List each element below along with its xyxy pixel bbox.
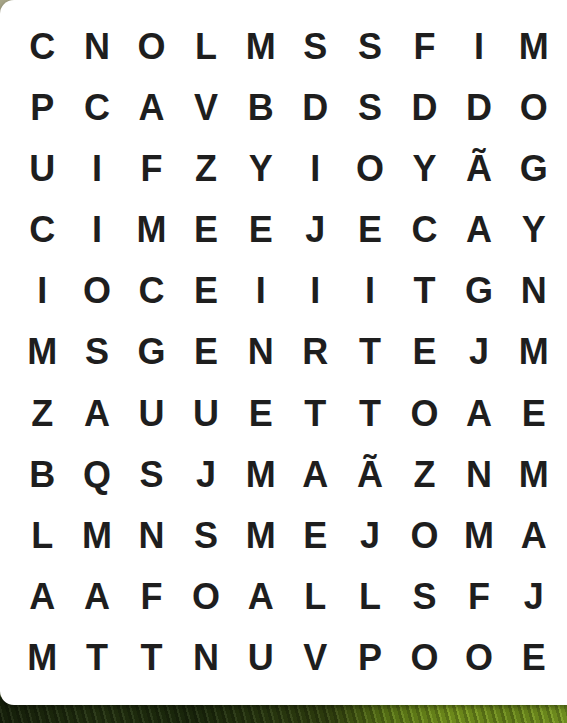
letter-cell[interactable]: I bbox=[70, 200, 125, 261]
letter-cell[interactable]: T bbox=[343, 322, 398, 383]
letter-cell[interactable]: L bbox=[343, 567, 398, 628]
letter-grid: CNOLMSSFIMPCAVBDSDDOUIFZYIOYÃGCIMEEJECAY… bbox=[15, 16, 561, 689]
letter-cell[interactable]: P bbox=[15, 77, 70, 138]
letter-cell[interactable]: F bbox=[124, 138, 179, 199]
letter-cell[interactable]: M bbox=[15, 628, 70, 689]
letter-cell[interactable]: S bbox=[124, 444, 179, 505]
letter-cell[interactable]: P bbox=[343, 628, 398, 689]
letter-cell[interactable]: O bbox=[397, 505, 452, 566]
letter-cell[interactable]: V bbox=[179, 77, 234, 138]
letter-cell[interactable]: C bbox=[70, 77, 125, 138]
letter-cell[interactable]: E bbox=[179, 322, 234, 383]
letter-cell[interactable]: U bbox=[233, 628, 288, 689]
letter-cell[interactable]: T bbox=[124, 628, 179, 689]
letter-cell[interactable]: O bbox=[70, 261, 125, 322]
letter-cell[interactable]: A bbox=[233, 567, 288, 628]
letter-cell[interactable]: M bbox=[70, 505, 125, 566]
letter-cell[interactable]: E bbox=[179, 200, 234, 261]
letter-cell[interactable]: Z bbox=[179, 138, 234, 199]
letter-cell[interactable]: C bbox=[15, 200, 70, 261]
puzzle-card: CNOLMSSFIMPCAVBDSDDOUIFZYIOYÃGCIMEEJECAY… bbox=[0, 0, 567, 705]
letter-cell[interactable]: J bbox=[179, 444, 234, 505]
letter-cell[interactable]: M bbox=[506, 16, 561, 77]
letter-cell[interactable]: L bbox=[15, 505, 70, 566]
letter-cell[interactable]: N bbox=[506, 261, 561, 322]
letter-cell[interactable]: E bbox=[343, 200, 398, 261]
letter-cell[interactable]: N bbox=[233, 322, 288, 383]
letter-cell[interactable]: I bbox=[452, 16, 507, 77]
letter-cell[interactable]: I bbox=[15, 261, 70, 322]
letter-cell[interactable]: A bbox=[124, 77, 179, 138]
letter-cell[interactable]: G bbox=[124, 322, 179, 383]
letter-cell[interactable]: N bbox=[70, 16, 125, 77]
letter-cell[interactable]: Ã bbox=[452, 138, 507, 199]
letter-cell[interactable]: U bbox=[15, 138, 70, 199]
letter-cell[interactable]: J bbox=[288, 200, 343, 261]
letter-cell[interactable]: M bbox=[233, 505, 288, 566]
letter-cell[interactable]: R bbox=[288, 322, 343, 383]
letter-cell[interactable]: D bbox=[397, 77, 452, 138]
letter-cell[interactable]: S bbox=[179, 505, 234, 566]
letter-cell[interactable]: U bbox=[179, 383, 234, 444]
word-search-screen: CNOLMSSFIMPCAVBDSDDOUIFZYIOYÃGCIMEEJECAY… bbox=[0, 0, 567, 723]
letter-cell[interactable]: Y bbox=[397, 138, 452, 199]
letter-cell[interactable]: I bbox=[233, 261, 288, 322]
letter-cell[interactable]: Ã bbox=[343, 444, 398, 505]
letter-cell[interactable]: A bbox=[70, 567, 125, 628]
letter-cell[interactable]: M bbox=[233, 444, 288, 505]
letter-cell[interactable]: S bbox=[343, 16, 398, 77]
letter-cell[interactable]: E bbox=[233, 383, 288, 444]
letter-cell[interactable]: Y bbox=[233, 138, 288, 199]
letter-cell[interactable]: I bbox=[288, 138, 343, 199]
letter-cell[interactable]: S bbox=[288, 16, 343, 77]
letter-cell[interactable]: D bbox=[452, 77, 507, 138]
letter-cell[interactable]: O bbox=[506, 77, 561, 138]
letter-cell[interactable]: S bbox=[70, 322, 125, 383]
letter-cell[interactable]: G bbox=[506, 138, 561, 199]
letter-cell[interactable]: O bbox=[179, 567, 234, 628]
letter-cell[interactable]: F bbox=[124, 567, 179, 628]
letter-cell[interactable]: J bbox=[452, 322, 507, 383]
letter-cell[interactable]: M bbox=[15, 322, 70, 383]
letter-cell[interactable]: O bbox=[343, 138, 398, 199]
letter-cell[interactable]: E bbox=[233, 200, 288, 261]
letter-cell[interactable]: J bbox=[506, 567, 561, 628]
letter-cell[interactable]: A bbox=[452, 200, 507, 261]
letter-cell[interactable]: F bbox=[452, 567, 507, 628]
letter-cell[interactable]: U bbox=[124, 383, 179, 444]
letter-cell[interactable]: V bbox=[288, 628, 343, 689]
letter-cell[interactable]: L bbox=[179, 16, 234, 77]
letter-cell[interactable]: M bbox=[506, 444, 561, 505]
letter-cell[interactable]: C bbox=[15, 16, 70, 77]
letter-cell[interactable]: C bbox=[124, 261, 179, 322]
letter-cell[interactable]: E bbox=[179, 261, 234, 322]
letter-cell[interactable]: E bbox=[288, 505, 343, 566]
letter-cell[interactable]: O bbox=[397, 383, 452, 444]
letter-cell[interactable]: S bbox=[397, 567, 452, 628]
letter-cell[interactable]: E bbox=[506, 383, 561, 444]
letter-cell[interactable]: L bbox=[288, 567, 343, 628]
letter-cell[interactable]: Z bbox=[15, 383, 70, 444]
letter-cell[interactable]: N bbox=[452, 444, 507, 505]
letter-cell[interactable]: A bbox=[70, 383, 125, 444]
letter-cell[interactable]: E bbox=[506, 628, 561, 689]
letter-cell[interactable]: A bbox=[452, 383, 507, 444]
letter-cell[interactable]: M bbox=[233, 16, 288, 77]
letter-cell[interactable]: I bbox=[343, 261, 398, 322]
letter-cell[interactable]: T bbox=[288, 383, 343, 444]
letter-cell[interactable]: Y bbox=[506, 200, 561, 261]
letter-cell[interactable]: A bbox=[506, 505, 561, 566]
letter-cell[interactable]: B bbox=[15, 444, 70, 505]
letter-cell[interactable]: I bbox=[288, 261, 343, 322]
letter-cell[interactable]: A bbox=[15, 567, 70, 628]
letter-cell[interactable]: J bbox=[343, 505, 398, 566]
letter-cell[interactable]: A bbox=[288, 444, 343, 505]
letter-cell[interactable]: B bbox=[233, 77, 288, 138]
letter-cell[interactable]: G bbox=[452, 261, 507, 322]
letter-cell[interactable]: N bbox=[179, 628, 234, 689]
letter-cell[interactable]: M bbox=[506, 322, 561, 383]
letter-cell[interactable]: O bbox=[124, 16, 179, 77]
letter-cell[interactable]: M bbox=[452, 505, 507, 566]
letter-cell[interactable]: O bbox=[397, 628, 452, 689]
letter-cell[interactable]: S bbox=[343, 77, 398, 138]
letter-cell[interactable]: Q bbox=[70, 444, 125, 505]
letter-cell[interactable]: I bbox=[70, 138, 125, 199]
letter-cell[interactable]: F bbox=[397, 16, 452, 77]
letter-cell[interactable]: O bbox=[452, 628, 507, 689]
letter-cell[interactable]: D bbox=[288, 77, 343, 138]
letter-cell[interactable]: M bbox=[124, 200, 179, 261]
letter-cell[interactable]: Z bbox=[397, 444, 452, 505]
letter-cell[interactable]: T bbox=[397, 261, 452, 322]
letter-cell[interactable]: N bbox=[124, 505, 179, 566]
letter-cell[interactable]: C bbox=[397, 200, 452, 261]
letter-cell[interactable]: T bbox=[70, 628, 125, 689]
letter-cell[interactable]: T bbox=[343, 383, 398, 444]
letter-cell[interactable]: E bbox=[397, 322, 452, 383]
